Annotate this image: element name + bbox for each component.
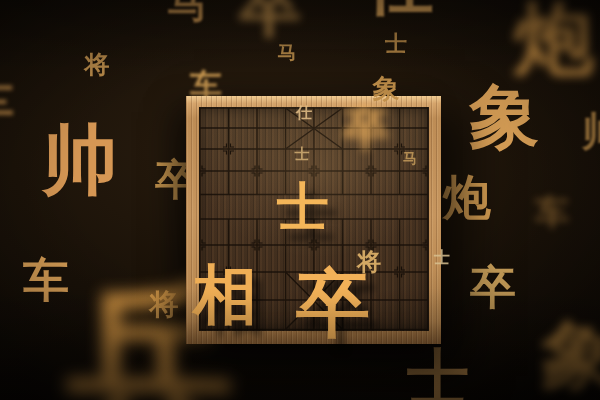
shi-board-large-glyph: 士 xyxy=(277,181,329,233)
foreground-character-layer: 象仕卒士马士将士相卒 xyxy=(0,0,600,400)
zu-board-large-glyph: 卒 xyxy=(296,266,370,340)
splash-scene: 马卒马车将帅车卒车将兵仕士炮象帅炮车卒士象 xyxy=(0,0,600,400)
xiang-board-large-glyph: 相 xyxy=(193,263,257,327)
shi-frame-tiny-glyph: 士 xyxy=(434,250,450,266)
xiang-small-upper-glyph: 象 xyxy=(373,75,400,102)
shi-board-tiny-glyph: 士 xyxy=(295,147,310,162)
zu-board-blurred-glyph: 卒 xyxy=(343,105,389,151)
ma-board-tiny-glyph: 马 xyxy=(403,151,417,165)
shi-red-board-tiny-glyph: 仕 xyxy=(296,105,312,121)
